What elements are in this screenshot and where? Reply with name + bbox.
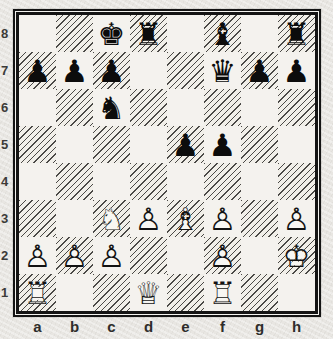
- square-d8: ♜: [130, 15, 167, 52]
- rank-label-5: 5: [1, 126, 13, 163]
- square-h3: ♟♙: [278, 200, 315, 237]
- rank-label-4: 4: [1, 163, 13, 200]
- square-c4: [93, 163, 130, 200]
- rank-label-6: 6: [1, 89, 13, 126]
- board-inner-border: ♚♜♝♜♟♟♟♛♟♟♞♟♟♞♘♟♙♝♗♟♙♟♙♟♙♟♙♟♙♟♙♚♔♜♖♛♕♜♖: [16, 12, 318, 314]
- piece-black-rook: ♜: [278, 15, 315, 52]
- rank-label-3: 3: [1, 200, 13, 237]
- piece-white-knight: ♘: [93, 200, 130, 237]
- piece-white-pawn: ♙: [19, 237, 56, 274]
- rank-label-2: 2: [1, 237, 13, 274]
- file-label-h: h: [278, 318, 315, 335]
- piece-black-pawn: ♟: [19, 52, 56, 89]
- file-label-d: d: [130, 318, 167, 335]
- square-a2: ♟♙: [19, 237, 56, 274]
- square-d5: [130, 126, 167, 163]
- square-h4: [278, 163, 315, 200]
- piece-black-rook: ♜: [130, 15, 167, 52]
- square-b4: [56, 163, 93, 200]
- square-g8: [241, 15, 278, 52]
- chess-diagram: 87654321 ♚♜♝♜♟♟♟♛♟♟♞♟♟♞♘♟♙♝♗♟♙♟♙♟♙♟♙♟♙♟♙…: [0, 0, 333, 339]
- file-label-g: g: [241, 318, 278, 335]
- square-h7: ♟: [278, 52, 315, 89]
- piece-black-pawn: ♟: [93, 52, 130, 89]
- piece-black-king: ♚: [93, 15, 130, 52]
- file-label-a: a: [19, 318, 56, 335]
- piece-white-queen: ♕: [130, 274, 167, 311]
- piece-white-rook: ♖: [19, 274, 56, 311]
- square-e7: [167, 52, 204, 89]
- square-g1: [241, 274, 278, 311]
- square-b6: [56, 89, 93, 126]
- square-f8: ♝: [204, 15, 241, 52]
- square-h6: [278, 89, 315, 126]
- square-f5: ♟: [204, 126, 241, 163]
- square-c2: ♟♙: [93, 237, 130, 274]
- square-f2: ♟♙: [204, 237, 241, 274]
- chess-board: ♚♜♝♜♟♟♟♛♟♟♞♟♟♞♘♟♙♝♗♟♙♟♙♟♙♟♙♟♙♟♙♚♔♜♖♛♕♜♖: [13, 9, 321, 317]
- rank-label-1: 1: [1, 274, 13, 311]
- square-b1: [56, 274, 93, 311]
- square-f6: [204, 89, 241, 126]
- piece-white-pawn: ♙: [204, 237, 241, 274]
- square-d4: [130, 163, 167, 200]
- square-c6: ♞: [93, 89, 130, 126]
- piece-white-pawn: ♙: [278, 200, 315, 237]
- square-b3: [56, 200, 93, 237]
- square-c8: ♚: [93, 15, 130, 52]
- piece-black-queen: ♛: [204, 52, 241, 89]
- square-f7: ♛: [204, 52, 241, 89]
- piece-white-pawn: ♙: [204, 200, 241, 237]
- square-e8: [167, 15, 204, 52]
- piece-white-king: ♔: [278, 237, 315, 274]
- square-h1: [278, 274, 315, 311]
- piece-white-pawn: ♙: [93, 237, 130, 274]
- file-label-b: b: [56, 318, 93, 335]
- square-g6: [241, 89, 278, 126]
- square-h2: ♚♔: [278, 237, 315, 274]
- square-f1: ♜♖: [204, 274, 241, 311]
- square-c1: [93, 274, 130, 311]
- square-a1: ♜♖: [19, 274, 56, 311]
- square-d3: ♟♙: [130, 200, 167, 237]
- file-labels: abcdefgh: [19, 318, 315, 335]
- square-g5: [241, 126, 278, 163]
- square-b5: [56, 126, 93, 163]
- rank-label-8: 8: [1, 15, 13, 52]
- square-a5: [19, 126, 56, 163]
- piece-white-pawn: ♙: [130, 200, 167, 237]
- file-label-e: e: [167, 318, 204, 335]
- square-b7: ♟: [56, 52, 93, 89]
- piece-black-pawn: ♟: [204, 126, 241, 163]
- piece-black-knight: ♞: [93, 89, 130, 126]
- file-label-f: f: [204, 318, 241, 335]
- piece-black-pawn: ♟: [167, 126, 204, 163]
- square-b8: [56, 15, 93, 52]
- square-e1: [167, 274, 204, 311]
- square-h8: ♜: [278, 15, 315, 52]
- square-h5: [278, 126, 315, 163]
- square-c3: ♞♘: [93, 200, 130, 237]
- piece-black-pawn: ♟: [278, 52, 315, 89]
- piece-black-pawn: ♟: [241, 52, 278, 89]
- square-a7: ♟: [19, 52, 56, 89]
- square-d2: [130, 237, 167, 274]
- square-g4: [241, 163, 278, 200]
- piece-black-pawn: ♟: [56, 52, 93, 89]
- square-f4: [204, 163, 241, 200]
- square-d7: [130, 52, 167, 89]
- piece-white-bishop: ♗: [167, 200, 204, 237]
- rank-label-7: 7: [1, 52, 13, 89]
- piece-white-rook: ♖: [204, 274, 241, 311]
- square-a6: [19, 89, 56, 126]
- square-e6: [167, 89, 204, 126]
- square-d1: ♛♕: [130, 274, 167, 311]
- square-c5: [93, 126, 130, 163]
- square-e4: [167, 163, 204, 200]
- board-grid: ♚♜♝♜♟♟♟♛♟♟♞♟♟♞♘♟♙♝♗♟♙♟♙♟♙♟♙♟♙♟♙♚♔♜♖♛♕♜♖: [19, 15, 315, 311]
- square-g3: [241, 200, 278, 237]
- square-a3: [19, 200, 56, 237]
- square-f3: ♟♙: [204, 200, 241, 237]
- rank-labels: 87654321: [1, 15, 13, 311]
- square-a8: [19, 15, 56, 52]
- file-label-c: c: [93, 318, 130, 335]
- square-e2: [167, 237, 204, 274]
- square-e5: ♟: [167, 126, 204, 163]
- piece-black-bishop: ♝: [204, 15, 241, 52]
- square-g2: [241, 237, 278, 274]
- square-e3: ♝♗: [167, 200, 204, 237]
- square-b2: ♟♙: [56, 237, 93, 274]
- square-a4: [19, 163, 56, 200]
- piece-white-pawn: ♙: [56, 237, 93, 274]
- square-d6: [130, 89, 167, 126]
- square-g7: ♟: [241, 52, 278, 89]
- square-c7: ♟: [93, 52, 130, 89]
